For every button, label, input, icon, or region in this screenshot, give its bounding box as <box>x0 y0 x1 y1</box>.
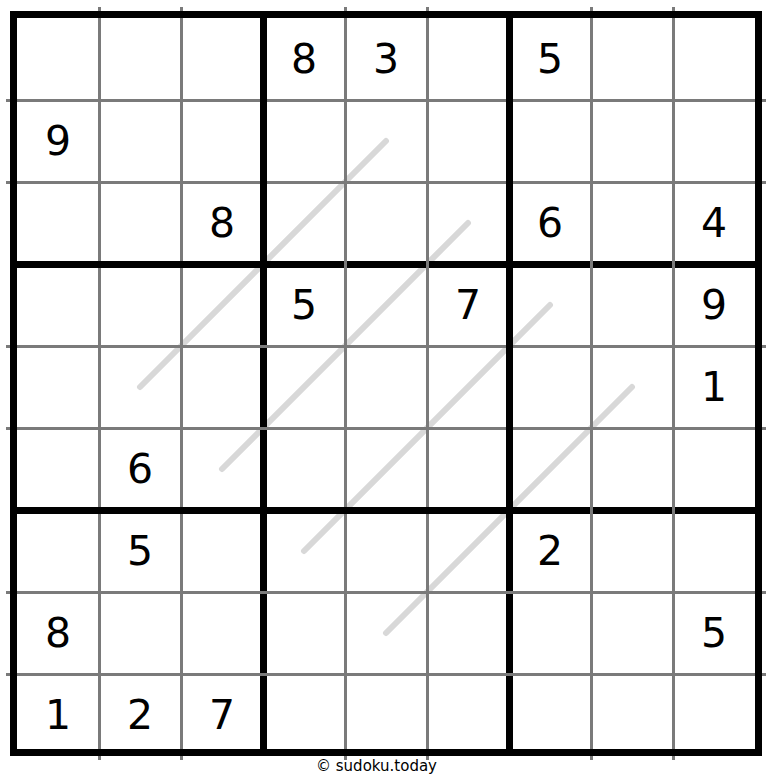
cell-r7c3[interactable] <box>181 510 263 592</box>
cell-r9c6[interactable] <box>427 674 509 756</box>
cell-r9c2: 2 <box>99 674 181 756</box>
cell-r2c9[interactable] <box>673 100 755 182</box>
cell-r4c3[interactable] <box>181 264 263 346</box>
cell-r2c4[interactable] <box>263 100 345 182</box>
cell-r4c8[interactable] <box>591 264 673 346</box>
cell-r9c5[interactable] <box>345 674 427 756</box>
board-border-right <box>755 11 762 756</box>
cell-r9c4[interactable] <box>263 674 345 756</box>
cell-r6c4[interactable] <box>263 428 345 510</box>
cell-r5c1[interactable] <box>17 346 99 428</box>
cell-r2c8[interactable] <box>591 100 673 182</box>
cell-r8c3[interactable] <box>181 592 263 674</box>
cell-grid: 8359864579165285127 <box>17 18 755 756</box>
cell-r1c5: 3 <box>345 18 427 100</box>
cell-r1c4: 8 <box>263 18 345 100</box>
copyright-caption: © sudoku.today <box>0 757 753 775</box>
cell-r5c7[interactable] <box>509 346 591 428</box>
cell-r3c6[interactable] <box>427 182 509 264</box>
cell-r4c9: 9 <box>673 264 755 346</box>
cell-r2c7[interactable] <box>509 100 591 182</box>
cell-r7c9[interactable] <box>673 510 755 592</box>
cell-r4c4: 5 <box>263 264 345 346</box>
cell-r9c3: 7 <box>181 674 263 756</box>
cell-r1c1[interactable] <box>17 18 99 100</box>
cell-r4c6: 7 <box>427 264 509 346</box>
cell-r4c1[interactable] <box>17 264 99 346</box>
cell-r5c6[interactable] <box>427 346 509 428</box>
cell-r3c9: 4 <box>673 182 755 264</box>
cell-r8c5[interactable] <box>345 592 427 674</box>
cell-r7c6[interactable] <box>427 510 509 592</box>
cell-r7c4[interactable] <box>263 510 345 592</box>
cell-r3c3: 8 <box>181 182 263 264</box>
cell-r8c4[interactable] <box>263 592 345 674</box>
cell-r6c9[interactable] <box>673 428 755 510</box>
cell-r3c8[interactable] <box>591 182 673 264</box>
cell-r1c8[interactable] <box>591 18 673 100</box>
cell-r4c2[interactable] <box>99 264 181 346</box>
cell-r6c6[interactable] <box>427 428 509 510</box>
cell-r7c7: 2 <box>509 510 591 592</box>
cell-r6c2: 6 <box>99 428 181 510</box>
cell-r5c2[interactable] <box>99 346 181 428</box>
cell-r2c1: 9 <box>17 100 99 182</box>
cell-r6c7[interactable] <box>509 428 591 510</box>
cell-r7c5[interactable] <box>345 510 427 592</box>
cell-r5c3[interactable] <box>181 346 263 428</box>
board-border-left <box>10 11 17 756</box>
cell-r3c5[interactable] <box>345 182 427 264</box>
cell-r1c2[interactable] <box>99 18 181 100</box>
cell-r7c8[interactable] <box>591 510 673 592</box>
cell-r1c7: 5 <box>509 18 591 100</box>
cell-r3c4[interactable] <box>263 182 345 264</box>
cell-r7c1[interactable] <box>17 510 99 592</box>
cell-r8c9: 5 <box>673 592 755 674</box>
cell-r2c3[interactable] <box>181 100 263 182</box>
cell-r5c9: 1 <box>673 346 755 428</box>
cell-r8c6[interactable] <box>427 592 509 674</box>
cell-r9c1: 1 <box>17 674 99 756</box>
cell-r8c7[interactable] <box>509 592 591 674</box>
cell-r6c1[interactable] <box>17 428 99 510</box>
cell-r4c5[interactable] <box>345 264 427 346</box>
cell-r1c6[interactable] <box>427 18 509 100</box>
cell-r9c9[interactable] <box>673 674 755 756</box>
cell-r9c8[interactable] <box>591 674 673 756</box>
cell-r4c7[interactable] <box>509 264 591 346</box>
cell-r2c5[interactable] <box>345 100 427 182</box>
cell-r1c9[interactable] <box>673 18 755 100</box>
cell-r3c1[interactable] <box>17 182 99 264</box>
cell-r6c5[interactable] <box>345 428 427 510</box>
cell-r8c8[interactable] <box>591 592 673 674</box>
board-border-top <box>10 11 762 18</box>
cell-r7c2: 5 <box>99 510 181 592</box>
cell-r5c4[interactable] <box>263 346 345 428</box>
cell-r8c1: 8 <box>17 592 99 674</box>
cell-r5c5[interactable] <box>345 346 427 428</box>
cell-r1c3[interactable] <box>181 18 263 100</box>
cell-r2c6[interactable] <box>427 100 509 182</box>
cell-r6c8[interactable] <box>591 428 673 510</box>
cell-r2c2[interactable] <box>99 100 181 182</box>
cell-r8c2[interactable] <box>99 592 181 674</box>
sudoku-puzzle-image: 8359864579165285127 © sudoku.today <box>0 0 767 777</box>
cell-r5c8[interactable] <box>591 346 673 428</box>
cell-r6c3[interactable] <box>181 428 263 510</box>
cell-r9c7[interactable] <box>509 674 591 756</box>
sudoku-board: 8359864579165285127 <box>10 11 762 756</box>
cell-r3c7: 6 <box>509 182 591 264</box>
cell-r3c2[interactable] <box>99 182 181 264</box>
